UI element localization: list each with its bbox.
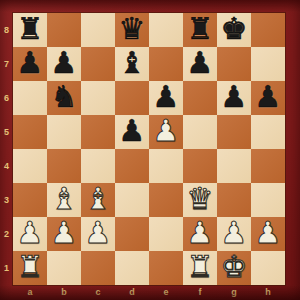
square-c6[interactable] (81, 81, 115, 115)
square-a7[interactable]: ♟ (13, 47, 47, 81)
white-bishop-c3[interactable]: ♝ (85, 182, 112, 216)
chess-board-frame: 87654321 ♜♛♜♚♟♟♝♟♞♟♟♟♟♟♝♝♛♟♟♟♟♟♟♜♜♚ abcd… (0, 0, 300, 300)
black-king-g8[interactable]: ♚ (221, 12, 248, 46)
square-h5[interactable] (251, 115, 285, 149)
file-coordinates: abcdefgh (13, 285, 285, 300)
square-d5[interactable]: ♟ (115, 115, 149, 149)
rank-label-5: 5 (0, 115, 13, 149)
square-b5[interactable] (47, 115, 81, 149)
rank-label-2: 2 (0, 217, 13, 251)
square-b2[interactable]: ♟ (47, 217, 81, 251)
square-a5[interactable] (13, 115, 47, 149)
square-f2[interactable]: ♟ (183, 217, 217, 251)
square-a3[interactable] (13, 183, 47, 217)
square-h2[interactable]: ♟ (251, 217, 285, 251)
rank-label-3: 3 (0, 183, 13, 217)
square-a6[interactable] (13, 81, 47, 115)
square-c4[interactable] (81, 149, 115, 183)
square-d4[interactable] (115, 149, 149, 183)
file-label-e: e (149, 285, 183, 300)
square-a8[interactable]: ♜ (13, 13, 47, 47)
square-f8[interactable]: ♜ (183, 13, 217, 47)
square-g7[interactable] (217, 47, 251, 81)
square-e5[interactable]: ♟ (149, 115, 183, 149)
square-c2[interactable]: ♟ (81, 217, 115, 251)
white-pawn-a2[interactable]: ♟ (17, 216, 44, 250)
white-bishop-b3[interactable]: ♝ (51, 182, 78, 216)
white-pawn-g2[interactable]: ♟ (221, 216, 248, 250)
white-rook-f1[interactable]: ♜ (187, 250, 214, 284)
black-pawn-g6[interactable]: ♟ (221, 80, 248, 114)
square-d2[interactable] (115, 217, 149, 251)
white-pawn-h2[interactable]: ♟ (255, 216, 282, 250)
square-e7[interactable] (149, 47, 183, 81)
black-pawn-f7[interactable]: ♟ (187, 46, 214, 80)
white-king-g1[interactable]: ♚ (221, 250, 248, 284)
square-h8[interactable] (251, 13, 285, 47)
square-b8[interactable] (47, 13, 81, 47)
square-a1[interactable]: ♜ (13, 251, 47, 285)
square-c8[interactable] (81, 13, 115, 47)
square-f1[interactable]: ♜ (183, 251, 217, 285)
square-c3[interactable]: ♝ (81, 183, 115, 217)
black-pawn-h6[interactable]: ♟ (255, 80, 282, 114)
square-d8[interactable]: ♛ (115, 13, 149, 47)
rank-label-4: 4 (0, 149, 13, 183)
square-f4[interactable] (183, 149, 217, 183)
square-c1[interactable] (81, 251, 115, 285)
white-queen-f3[interactable]: ♛ (187, 182, 214, 216)
file-label-f: f (183, 285, 217, 300)
square-d3[interactable] (115, 183, 149, 217)
square-e3[interactable] (149, 183, 183, 217)
square-g8[interactable]: ♚ (217, 13, 251, 47)
black-knight-b6[interactable]: ♞ (51, 80, 78, 114)
square-b6[interactable]: ♞ (47, 81, 81, 115)
rank-label-8: 8 (0, 13, 13, 47)
square-c7[interactable] (81, 47, 115, 81)
square-b3[interactable]: ♝ (47, 183, 81, 217)
file-label-c: c (81, 285, 115, 300)
file-label-g: g (217, 285, 251, 300)
file-label-a: a (13, 285, 47, 300)
square-e1[interactable] (149, 251, 183, 285)
square-b4[interactable] (47, 149, 81, 183)
black-pawn-e6[interactable]: ♟ (153, 80, 180, 114)
square-h1[interactable] (251, 251, 285, 285)
black-pawn-a7[interactable]: ♟ (17, 46, 44, 80)
square-e8[interactable] (149, 13, 183, 47)
square-g4[interactable] (217, 149, 251, 183)
square-f5[interactable] (183, 115, 217, 149)
square-c5[interactable] (81, 115, 115, 149)
square-g3[interactable] (217, 183, 251, 217)
black-rook-a8[interactable]: ♜ (17, 12, 44, 46)
square-e4[interactable] (149, 149, 183, 183)
square-b7[interactable]: ♟ (47, 47, 81, 81)
square-g2[interactable]: ♟ (217, 217, 251, 251)
white-pawn-e5[interactable]: ♟ (153, 114, 180, 148)
square-d6[interactable] (115, 81, 149, 115)
square-g6[interactable]: ♟ (217, 81, 251, 115)
square-e6[interactable]: ♟ (149, 81, 183, 115)
square-d1[interactable] (115, 251, 149, 285)
square-h7[interactable] (251, 47, 285, 81)
square-f3[interactable]: ♛ (183, 183, 217, 217)
white-rook-a1[interactable]: ♜ (17, 250, 44, 284)
file-label-h: h (251, 285, 285, 300)
square-d7[interactable]: ♝ (115, 47, 149, 81)
square-h4[interactable] (251, 149, 285, 183)
black-rook-f8[interactable]: ♜ (187, 12, 214, 46)
black-pawn-d5[interactable]: ♟ (119, 114, 146, 148)
rank-label-7: 7 (0, 47, 13, 81)
square-h6[interactable]: ♟ (251, 81, 285, 115)
white-pawn-f2[interactable]: ♟ (187, 216, 214, 250)
rank-label-6: 6 (0, 81, 13, 115)
square-e2[interactable] (149, 217, 183, 251)
square-h3[interactable] (251, 183, 285, 217)
white-pawn-c2[interactable]: ♟ (85, 216, 112, 250)
black-bishop-d7[interactable]: ♝ (119, 46, 146, 80)
square-f7[interactable]: ♟ (183, 47, 217, 81)
black-pawn-b7[interactable]: ♟ (51, 46, 78, 80)
file-label-d: d (115, 285, 149, 300)
square-a4[interactable] (13, 149, 47, 183)
square-g1[interactable]: ♚ (217, 251, 251, 285)
rank-label-1: 1 (0, 251, 13, 285)
square-f6[interactable] (183, 81, 217, 115)
square-a2[interactable]: ♟ (13, 217, 47, 251)
rank-coordinates: 87654321 (0, 13, 13, 285)
file-label-b: b (47, 285, 81, 300)
chess-board[interactable]: ♜♛♜♚♟♟♝♟♞♟♟♟♟♟♝♝♛♟♟♟♟♟♟♜♜♚ (13, 13, 285, 285)
square-g5[interactable] (217, 115, 251, 149)
square-b1[interactable] (47, 251, 81, 285)
white-pawn-b2[interactable]: ♟ (51, 216, 78, 250)
black-queen-d8[interactable]: ♛ (119, 12, 146, 46)
